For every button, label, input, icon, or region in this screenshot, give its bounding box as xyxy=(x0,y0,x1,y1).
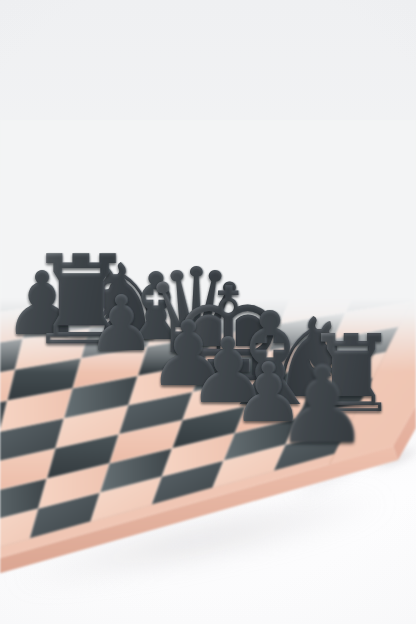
black-pawn[interactable]: ♟♟ xyxy=(274,352,370,459)
pieces-layer: ♟♟♞♞♝♝♜♜♟♟♛♛♚♚♟♟♞♞♝♝♟♟♜♜♟♟♟♟ xyxy=(0,0,416,624)
product-photo-stage: ♟♟♞♞♝♝♜♜♟♟♛♛♚♚♟♟♞♞♝♝♟♟♜♜♟♟♟♟ xyxy=(0,0,416,624)
pawn-glyph: ♟ xyxy=(274,343,370,467)
